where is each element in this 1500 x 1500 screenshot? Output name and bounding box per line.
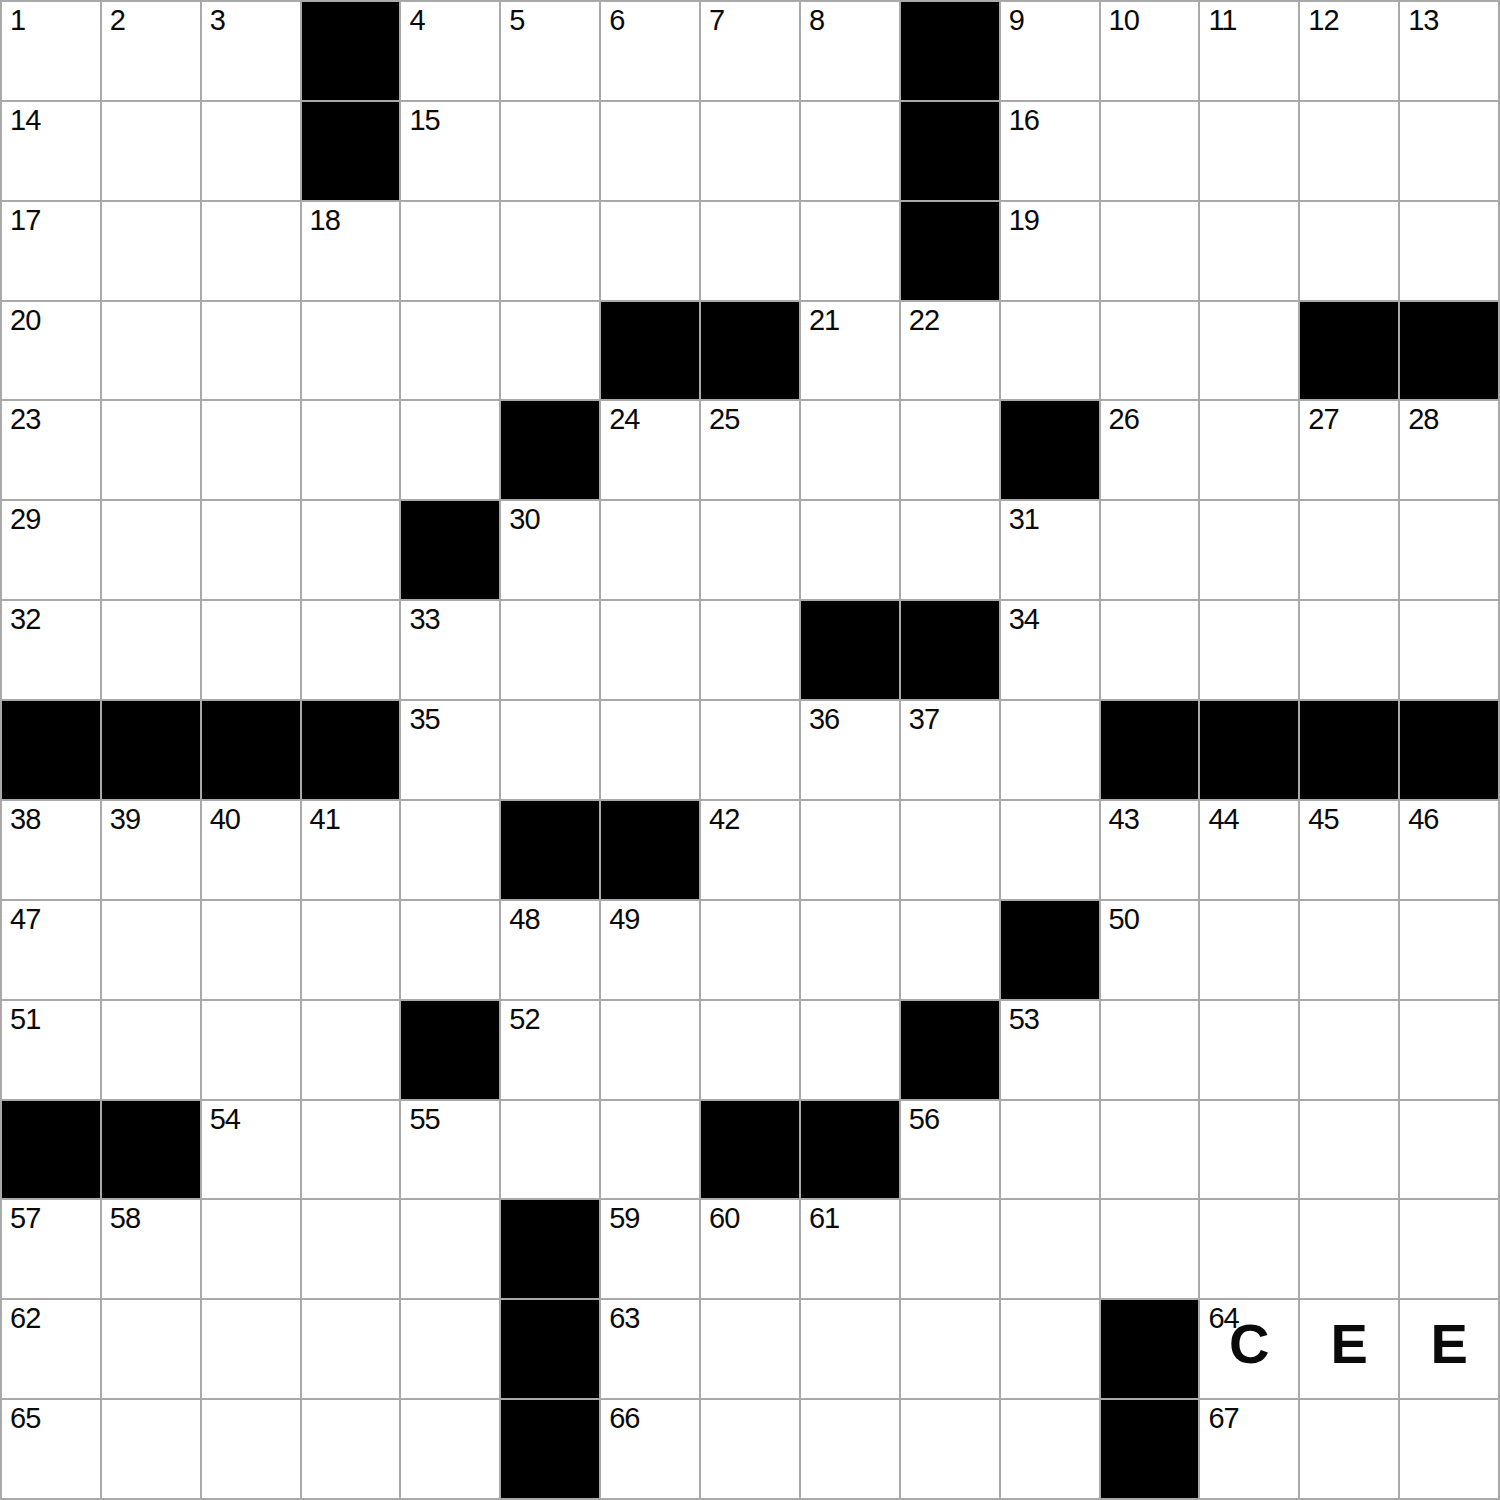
- clue-number: 24: [609, 404, 639, 436]
- cell-r4c2[interactable]: [202, 401, 300, 499]
- cell-r5c8[interactable]: [801, 501, 899, 599]
- cell-r4c8[interactable]: [801, 401, 899, 499]
- cell-r6c3[interactable]: [302, 601, 400, 699]
- cell-r6c12[interactable]: [1200, 601, 1298, 699]
- clue-number: 37: [909, 704, 939, 736]
- cell-r3c2[interactable]: [202, 302, 300, 400]
- clue-number: 5: [509, 5, 524, 37]
- clue-number: 17: [10, 205, 40, 237]
- cell-r0c5[interactable]: 5: [501, 2, 599, 100]
- cell-r5c13[interactable]: [1300, 501, 1398, 599]
- cell-r5c2[interactable]: [202, 501, 300, 599]
- cell-r12c9[interactable]: [901, 1200, 999, 1298]
- cell-r6c11[interactable]: [1101, 601, 1199, 699]
- cell-r6c2[interactable]: [202, 601, 300, 699]
- cell-r12c0[interactable]: 57: [2, 1200, 100, 1298]
- cell-r8c7[interactable]: 42: [701, 801, 799, 899]
- cell-letter: E: [1430, 1311, 1467, 1376]
- cell-r14c13[interactable]: [1300, 1400, 1398, 1498]
- clue-number: 41: [310, 804, 340, 836]
- cell-r2c8[interactable]: [801, 202, 899, 300]
- cell-r13c1[interactable]: [102, 1300, 200, 1398]
- cell-r14c5: [501, 1400, 599, 1498]
- crossword-board: 1234567891011121314151617181920212223242…: [0, 0, 1500, 1500]
- cell-r1c8[interactable]: [801, 102, 899, 200]
- cell-r0c4[interactable]: 4: [401, 2, 499, 100]
- clue-number: 16: [1009, 105, 1039, 137]
- cell-r0c10[interactable]: 9: [1001, 2, 1099, 100]
- cell-r3c7: [701, 302, 799, 400]
- cell-r8c0[interactable]: 38: [2, 801, 100, 899]
- cell-r1c13[interactable]: [1300, 102, 1398, 200]
- cell-r0c8[interactable]: 8: [801, 2, 899, 100]
- cell-r6c1[interactable]: [102, 601, 200, 699]
- cell-r10c0[interactable]: 51: [2, 1001, 100, 1099]
- cell-r13c6[interactable]: 63: [601, 1300, 699, 1398]
- cell-r10c2[interactable]: [202, 1001, 300, 1099]
- cell-r4c3[interactable]: [302, 401, 400, 499]
- cell-r1c11[interactable]: [1101, 102, 1199, 200]
- clue-number: 34: [1009, 604, 1039, 636]
- clue-number: 36: [809, 704, 839, 736]
- clue-number: 3: [210, 5, 225, 37]
- cell-r2c14[interactable]: [1400, 202, 1498, 300]
- clue-number: 51: [10, 1004, 40, 1036]
- cell-r8c13[interactable]: 45: [1300, 801, 1398, 899]
- cell-r13c8[interactable]: [801, 1300, 899, 1398]
- cell-r14c7[interactable]: [701, 1400, 799, 1498]
- cell-r11c5[interactable]: [501, 1101, 599, 1199]
- cell-r1c9: [901, 102, 999, 200]
- cell-r9c9[interactable]: [901, 901, 999, 999]
- cell-r12c12[interactable]: [1200, 1200, 1298, 1298]
- cell-r1c1[interactable]: [102, 102, 200, 200]
- cell-r11c4[interactable]: 55: [401, 1101, 499, 1199]
- cell-r1c5[interactable]: [501, 102, 599, 200]
- clue-number: 30: [509, 504, 539, 536]
- cell-r11c7: [701, 1101, 799, 1199]
- cell-r3c4[interactable]: [401, 302, 499, 400]
- cell-r12c5: [501, 1200, 599, 1298]
- cell-r5c1[interactable]: [102, 501, 200, 599]
- clue-number: 55: [409, 1104, 439, 1136]
- cell-r13c2[interactable]: [202, 1300, 300, 1398]
- clue-number: 61: [809, 1203, 839, 1235]
- cell-r14c6[interactable]: 66: [601, 1400, 699, 1498]
- clue-number: 60: [709, 1203, 739, 1235]
- clue-number: 39: [110, 804, 140, 836]
- cell-r6c4[interactable]: 33: [401, 601, 499, 699]
- clue-number: 4: [409, 5, 424, 37]
- cell-r7c1: [102, 701, 200, 799]
- cell-r8c2[interactable]: 40: [202, 801, 300, 899]
- cell-r8c8[interactable]: [801, 801, 899, 899]
- clue-number: 19: [1009, 205, 1039, 237]
- cell-r7c14: [1400, 701, 1498, 799]
- clue-number: 27: [1308, 404, 1338, 436]
- cell-r3c12[interactable]: [1200, 302, 1298, 400]
- cell-r4c4[interactable]: [401, 401, 499, 499]
- cell-r10c14[interactable]: [1400, 1001, 1498, 1099]
- clue-number: 1: [10, 5, 25, 37]
- clue-number: 11: [1208, 5, 1236, 37]
- cell-r12c11[interactable]: [1101, 1200, 1199, 1298]
- cell-r13c11: [1101, 1300, 1199, 1398]
- clue-number: 63: [609, 1303, 639, 1335]
- clue-number: 53: [1009, 1004, 1039, 1036]
- cell-r11c0: [2, 1101, 100, 1199]
- cell-r9c2[interactable]: [202, 901, 300, 999]
- clue-number: 23: [10, 404, 40, 436]
- cell-r14c11: [1101, 1400, 1199, 1498]
- clue-number: 54: [210, 1104, 240, 1136]
- cell-r0c7[interactable]: 7: [701, 2, 799, 100]
- cell-r9c11[interactable]: 50: [1101, 901, 1199, 999]
- cell-r10c6[interactable]: [601, 1001, 699, 1099]
- clue-number: 32: [10, 604, 40, 636]
- clue-number: 21: [809, 305, 839, 337]
- cell-r7c4[interactable]: 35: [401, 701, 499, 799]
- clue-number: 67: [1208, 1403, 1238, 1435]
- cell-r13c3[interactable]: [302, 1300, 400, 1398]
- cell-r7c9[interactable]: 37: [901, 701, 999, 799]
- cell-r4c7[interactable]: 25: [701, 401, 799, 499]
- cell-r9c8[interactable]: [801, 901, 899, 999]
- cell-r8c5: [501, 801, 599, 899]
- cell-r8c12[interactable]: 44: [1200, 801, 1298, 899]
- cell-r13c7[interactable]: [701, 1300, 799, 1398]
- cell-r13c13[interactable]: E: [1300, 1300, 1398, 1398]
- cell-r11c13[interactable]: [1300, 1101, 1398, 1199]
- cell-r10c13[interactable]: [1300, 1001, 1398, 1099]
- cell-r10c7[interactable]: [701, 1001, 799, 1099]
- cell-r3c11[interactable]: [1101, 302, 1199, 400]
- cell-r2c4[interactable]: [401, 202, 499, 300]
- cell-r7c8[interactable]: 36: [801, 701, 899, 799]
- cell-r3c9[interactable]: 22: [901, 302, 999, 400]
- cell-r8c1[interactable]: 39: [102, 801, 200, 899]
- clue-number: 28: [1408, 404, 1438, 436]
- cell-r7c0: [2, 701, 100, 799]
- clue-number: 15: [409, 105, 439, 137]
- cell-r2c2[interactable]: [202, 202, 300, 300]
- cell-r14c14[interactable]: [1400, 1400, 1498, 1498]
- cell-r11c12[interactable]: [1200, 1101, 1298, 1199]
- cell-r8c9[interactable]: [901, 801, 999, 899]
- cell-r13c5: [501, 1300, 599, 1398]
- clue-number: 26: [1109, 404, 1139, 436]
- cell-r11c1: [102, 1101, 200, 1199]
- cell-r8c10[interactable]: [1001, 801, 1099, 899]
- cell-r11c11[interactable]: [1101, 1101, 1199, 1199]
- cell-r5c6[interactable]: [601, 501, 699, 599]
- cell-r11c14[interactable]: [1400, 1101, 1498, 1199]
- cell-r14c10[interactable]: [1001, 1400, 1099, 1498]
- clue-number: 43: [1109, 804, 1139, 836]
- clue-number: 66: [609, 1403, 639, 1435]
- cell-r1c10[interactable]: 16: [1001, 102, 1099, 200]
- cell-r1c14[interactable]: [1400, 102, 1498, 200]
- clue-number: 38: [10, 804, 40, 836]
- clue-number: 6: [609, 5, 624, 37]
- cell-r4c14[interactable]: 28: [1400, 401, 1498, 499]
- cell-r12c10[interactable]: [1001, 1200, 1099, 1298]
- clue-number: 18: [310, 205, 340, 237]
- cell-r9c4[interactable]: [401, 901, 499, 999]
- cell-r13c14[interactable]: E: [1400, 1300, 1498, 1398]
- cell-r10c1[interactable]: [102, 1001, 200, 1099]
- cell-r11c10[interactable]: [1001, 1101, 1099, 1199]
- cell-r10c8[interactable]: [801, 1001, 899, 1099]
- cell-r6c7[interactable]: [701, 601, 799, 699]
- cell-r0c0[interactable]: 1: [2, 2, 100, 100]
- cell-r11c9[interactable]: 56: [901, 1101, 999, 1199]
- cell-r5c14[interactable]: [1400, 501, 1498, 599]
- cell-r8c14[interactable]: 46: [1400, 801, 1498, 899]
- clue-number: 44: [1208, 804, 1238, 836]
- cell-r14c4[interactable]: [401, 1400, 499, 1498]
- cell-r12c2[interactable]: [202, 1200, 300, 1298]
- cell-r2c6[interactable]: [601, 202, 699, 300]
- cell-r3c3[interactable]: [302, 302, 400, 400]
- cell-r5c5[interactable]: 30: [501, 501, 599, 599]
- clue-number: 29: [10, 504, 40, 536]
- clue-number: 65: [10, 1403, 40, 1435]
- cell-r4c12[interactable]: [1200, 401, 1298, 499]
- clue-number: 10: [1109, 5, 1139, 37]
- clue-number: 20: [10, 305, 40, 337]
- cell-r2c1[interactable]: [102, 202, 200, 300]
- cell-r6c8: [801, 601, 899, 699]
- cell-r4c6[interactable]: 24: [601, 401, 699, 499]
- clue-number: 58: [110, 1203, 140, 1235]
- cell-r10c12[interactable]: [1200, 1001, 1298, 1099]
- cell-r6c9: [901, 601, 999, 699]
- cell-r9c14[interactable]: [1400, 901, 1498, 999]
- cell-r6c0[interactable]: 32: [2, 601, 100, 699]
- cell-r12c4[interactable]: [401, 1200, 499, 1298]
- cell-r14c12[interactable]: 67: [1200, 1400, 1298, 1498]
- cell-r9c5[interactable]: 48: [501, 901, 599, 999]
- cell-r7c11: [1101, 701, 1199, 799]
- clue-number: 52: [509, 1004, 539, 1036]
- cell-r3c1[interactable]: [102, 302, 200, 400]
- cell-r1c4[interactable]: 15: [401, 102, 499, 200]
- cell-r7c2: [202, 701, 300, 799]
- cell-r9c0[interactable]: 47: [2, 901, 100, 999]
- cell-r14c8[interactable]: [801, 1400, 899, 1498]
- cell-r4c0[interactable]: 23: [2, 401, 100, 499]
- clue-number: 2: [110, 5, 125, 37]
- cell-r3c10[interactable]: [1001, 302, 1099, 400]
- clue-number: 9: [1009, 5, 1024, 37]
- cell-r4c11[interactable]: 26: [1101, 401, 1199, 499]
- clue-number: 56: [909, 1104, 939, 1136]
- cell-r4c5: [501, 401, 599, 499]
- cell-r6c14[interactable]: [1400, 601, 1498, 699]
- cell-r3c14: [1400, 302, 1498, 400]
- cell-r12c1[interactable]: 58: [102, 1200, 200, 1298]
- clue-number: 33: [409, 604, 439, 636]
- cell-r1c0[interactable]: 14: [2, 102, 100, 200]
- clue-number: 49: [609, 904, 639, 936]
- cell-r2c3[interactable]: 18: [302, 202, 400, 300]
- cell-r9c1[interactable]: [102, 901, 200, 999]
- cell-r2c5[interactable]: [501, 202, 599, 300]
- cell-r12c3[interactable]: [302, 1200, 400, 1298]
- cell-r12c13[interactable]: [1300, 1200, 1398, 1298]
- cell-r3c5[interactable]: [501, 302, 599, 400]
- cell-r0c2[interactable]: 3: [202, 2, 300, 100]
- clue-number: 25: [709, 404, 739, 436]
- cell-r13c12[interactable]: 64C: [1200, 1300, 1298, 1398]
- cell-r5c4: [401, 501, 499, 599]
- cell-r7c3: [302, 701, 400, 799]
- cell-r1c12[interactable]: [1200, 102, 1298, 200]
- cell-r10c9: [901, 1001, 999, 1099]
- cell-r4c9[interactable]: [901, 401, 999, 499]
- clue-number: 40: [210, 804, 240, 836]
- cell-r9c10: [1001, 901, 1099, 999]
- cell-r1c3: [302, 102, 400, 200]
- cell-r10c4: [401, 1001, 499, 1099]
- cell-r14c3[interactable]: [302, 1400, 400, 1498]
- cell-r13c9[interactable]: [901, 1300, 999, 1398]
- clue-number: 42: [709, 804, 739, 836]
- cell-r5c12[interactable]: [1200, 501, 1298, 599]
- cell-r2c13[interactable]: [1300, 202, 1398, 300]
- cell-r8c3[interactable]: 41: [302, 801, 400, 899]
- cell-r14c2[interactable]: [202, 1400, 300, 1498]
- cell-r6c5[interactable]: [501, 601, 599, 699]
- cell-r7c10[interactable]: [1001, 701, 1099, 799]
- cell-r3c6: [601, 302, 699, 400]
- cell-r3c8[interactable]: 21: [801, 302, 899, 400]
- cell-r7c5[interactable]: [501, 701, 599, 799]
- cell-r2c10[interactable]: 19: [1001, 202, 1099, 300]
- clue-number: 59: [609, 1203, 639, 1235]
- cell-r10c5[interactable]: 52: [501, 1001, 599, 1099]
- cell-r5c7[interactable]: [701, 501, 799, 599]
- cell-r8c11[interactable]: 43: [1101, 801, 1199, 899]
- clue-number: 7: [709, 5, 724, 37]
- cell-r2c9: [901, 202, 999, 300]
- clue-number: 31: [1009, 504, 1039, 536]
- cell-r12c7[interactable]: 60: [701, 1200, 799, 1298]
- cell-r6c10[interactable]: 34: [1001, 601, 1099, 699]
- cell-r3c13: [1300, 302, 1398, 400]
- cell-r12c14[interactable]: [1400, 1200, 1498, 1298]
- clue-number: 13: [1408, 5, 1438, 37]
- clue-number: 46: [1408, 804, 1438, 836]
- cell-r6c13[interactable]: [1300, 601, 1398, 699]
- cell-r0c13[interactable]: 12: [1300, 2, 1398, 100]
- cell-r12c6[interactable]: 59: [601, 1200, 699, 1298]
- cell-r7c7[interactable]: [701, 701, 799, 799]
- cell-r10c11[interactable]: [1101, 1001, 1199, 1099]
- cell-r11c3[interactable]: [302, 1101, 400, 1199]
- cell-r7c13: [1300, 701, 1398, 799]
- clue-number: 35: [409, 704, 439, 736]
- clue-number: 12: [1308, 5, 1338, 37]
- cell-r10c3[interactable]: [302, 1001, 400, 1099]
- cell-r13c0[interactable]: 62: [2, 1300, 100, 1398]
- clue-number: 57: [10, 1203, 40, 1235]
- cell-r1c7[interactable]: [701, 102, 799, 200]
- cell-r8c4[interactable]: [401, 801, 499, 899]
- cell-r1c6[interactable]: [601, 102, 699, 200]
- cell-r4c13[interactable]: 27: [1300, 401, 1398, 499]
- cell-r6c6[interactable]: [601, 601, 699, 699]
- cell-r4c10: [1001, 401, 1099, 499]
- cell-letter: E: [1331, 1311, 1368, 1376]
- cell-r13c4[interactable]: [401, 1300, 499, 1398]
- clue-number: 48: [509, 904, 539, 936]
- cell-r0c6[interactable]: 6: [601, 2, 699, 100]
- cell-r0c11[interactable]: 10: [1101, 2, 1199, 100]
- cell-r14c1[interactable]: [102, 1400, 200, 1498]
- cell-r14c9[interactable]: [901, 1400, 999, 1498]
- cell-r0c9: [901, 2, 999, 100]
- cell-r9c13[interactable]: [1300, 901, 1398, 999]
- cell-r11c6[interactable]: [601, 1101, 699, 1199]
- cell-letter: C: [1229, 1311, 1269, 1376]
- clue-number: 62: [10, 1303, 40, 1335]
- cell-r7c6[interactable]: [601, 701, 699, 799]
- cell-r0c3: [302, 2, 400, 100]
- cell-r11c2[interactable]: 54: [202, 1101, 300, 1199]
- cell-r3c0[interactable]: 20: [2, 302, 100, 400]
- clue-number: 14: [10, 105, 40, 137]
- cell-r0c1[interactable]: 2: [102, 2, 200, 100]
- cell-r10c10[interactable]: 53: [1001, 1001, 1099, 1099]
- clue-number: 47: [10, 904, 40, 936]
- cell-r4c1[interactable]: [102, 401, 200, 499]
- cell-r12c8[interactable]: 61: [801, 1200, 899, 1298]
- clue-number: 22: [909, 305, 939, 337]
- clue-number: 8: [809, 5, 824, 37]
- cell-r13c10[interactable]: [1001, 1300, 1099, 1398]
- cell-r9c7[interactable]: [701, 901, 799, 999]
- cell-r5c10[interactable]: 31: [1001, 501, 1099, 599]
- cell-r1c2[interactable]: [202, 102, 300, 200]
- clue-number: 50: [1109, 904, 1139, 936]
- cell-r8c6: [601, 801, 699, 899]
- cell-r2c12[interactable]: [1200, 202, 1298, 300]
- cell-r0c12[interactable]: 11: [1200, 2, 1298, 100]
- cell-r11c8: [801, 1101, 899, 1199]
- cell-r2c11[interactable]: [1101, 202, 1199, 300]
- cell-r14c0[interactable]: 65: [2, 1400, 100, 1498]
- cell-r9c6[interactable]: 49: [601, 901, 699, 999]
- cell-r5c9[interactable]: [901, 501, 999, 599]
- cell-r2c7[interactable]: [701, 202, 799, 300]
- cell-r0c14[interactable]: 13: [1400, 2, 1498, 100]
- clue-number: 45: [1308, 804, 1338, 836]
- cell-r5c0[interactable]: 29: [2, 501, 100, 599]
- cell-r5c3[interactable]: [302, 501, 400, 599]
- cell-r9c12[interactable]: [1200, 901, 1298, 999]
- cell-r7c12: [1200, 701, 1298, 799]
- cell-r5c11[interactable]: [1101, 501, 1199, 599]
- cell-r9c3[interactable]: [302, 901, 400, 999]
- cell-r2c0[interactable]: 17: [2, 202, 100, 300]
